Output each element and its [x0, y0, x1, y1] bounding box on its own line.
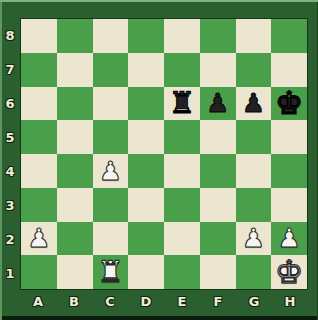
square-h6[interactable]: ♚ [271, 87, 307, 121]
square-c5[interactable] [93, 120, 129, 154]
square-h7[interactable] [271, 53, 307, 87]
square-b3[interactable] [57, 188, 93, 222]
rank-label-2: 2 [0, 222, 20, 256]
rank-label-8: 8 [0, 18, 20, 52]
square-b4[interactable] [57, 154, 93, 188]
square-b8[interactable] [57, 19, 93, 53]
chess-board-frame: 87654321 ♜♟♟♚♟♟♟♟♜♚ ABCDEFGH [0, 0, 318, 320]
rank-label-7: 7 [0, 52, 20, 86]
square-d8[interactable] [128, 19, 164, 53]
square-f5[interactable] [200, 120, 236, 154]
piece-black-pawn[interactable]: ♟ [206, 90, 229, 116]
piece-black-king[interactable]: ♚ [275, 87, 304, 119]
square-a5[interactable] [21, 120, 57, 154]
square-a1[interactable] [21, 255, 57, 289]
square-d2[interactable] [128, 222, 164, 256]
square-d6[interactable] [128, 87, 164, 121]
square-a7[interactable] [21, 53, 57, 87]
square-h2[interactable]: ♟ [271, 222, 307, 256]
square-b2[interactable] [57, 222, 93, 256]
square-d4[interactable] [128, 154, 164, 188]
file-label-g: G [236, 290, 272, 312]
square-e7[interactable] [164, 53, 200, 87]
square-a6[interactable] [21, 87, 57, 121]
square-c7[interactable] [93, 53, 129, 87]
square-h3[interactable] [271, 188, 307, 222]
square-h1[interactable]: ♚ [271, 255, 307, 289]
file-label-h: H [272, 290, 308, 312]
file-label-d: D [128, 290, 164, 312]
piece-white-pawn[interactable]: ♟ [27, 225, 50, 251]
square-f7[interactable] [200, 53, 236, 87]
square-g3[interactable] [236, 188, 272, 222]
piece-white-king[interactable]: ♚ [275, 256, 304, 288]
square-g8[interactable] [236, 19, 272, 53]
square-b1[interactable] [57, 255, 93, 289]
square-d7[interactable] [128, 53, 164, 87]
square-g6[interactable]: ♟ [236, 87, 272, 121]
square-e8[interactable] [164, 19, 200, 53]
square-e5[interactable] [164, 120, 200, 154]
piece-white-pawn[interactable]: ♟ [99, 158, 122, 184]
square-c3[interactable] [93, 188, 129, 222]
rank-labels: 87654321 [0, 18, 20, 290]
square-f2[interactable] [200, 222, 236, 256]
square-c8[interactable] [93, 19, 129, 53]
piece-white-pawn[interactable]: ♟ [242, 225, 265, 251]
square-a3[interactable] [21, 188, 57, 222]
square-g1[interactable] [236, 255, 272, 289]
rank-label-1: 1 [0, 256, 20, 290]
square-f6[interactable]: ♟ [200, 87, 236, 121]
square-c6[interactable] [93, 87, 129, 121]
square-b6[interactable] [57, 87, 93, 121]
file-label-b: B [56, 290, 92, 312]
square-h8[interactable] [271, 19, 307, 53]
square-e4[interactable] [164, 154, 200, 188]
square-d3[interactable] [128, 188, 164, 222]
square-a2[interactable]: ♟ [21, 222, 57, 256]
square-g5[interactable] [236, 120, 272, 154]
square-a4[interactable] [21, 154, 57, 188]
piece-white-pawn[interactable]: ♟ [277, 225, 300, 251]
square-c4[interactable]: ♟ [93, 154, 129, 188]
square-f3[interactable] [200, 188, 236, 222]
piece-black-rook[interactable]: ♜ [168, 88, 195, 118]
square-c1[interactable]: ♜ [93, 255, 129, 289]
chess-board: ♜♟♟♚♟♟♟♟♜♚ [20, 18, 308, 290]
rank-label-3: 3 [0, 188, 20, 222]
file-label-c: C [92, 290, 128, 312]
square-g4[interactable] [236, 154, 272, 188]
piece-black-pawn[interactable]: ♟ [242, 90, 265, 116]
square-b7[interactable] [57, 53, 93, 87]
square-g7[interactable] [236, 53, 272, 87]
rank-label-5: 5 [0, 120, 20, 154]
square-e3[interactable] [164, 188, 200, 222]
file-label-a: A [20, 290, 56, 312]
square-b5[interactable] [57, 120, 93, 154]
square-g2[interactable]: ♟ [236, 222, 272, 256]
square-a8[interactable] [21, 19, 57, 53]
square-f4[interactable] [200, 154, 236, 188]
rank-label-4: 4 [0, 154, 20, 188]
file-label-f: F [200, 290, 236, 312]
piece-white-rook[interactable]: ♜ [97, 257, 124, 287]
square-d1[interactable] [128, 255, 164, 289]
file-labels: ABCDEFGH [20, 290, 308, 312]
rank-label-6: 6 [0, 86, 20, 120]
square-e6[interactable]: ♜ [164, 87, 200, 121]
square-e2[interactable] [164, 222, 200, 256]
square-e1[interactable] [164, 255, 200, 289]
file-label-e: E [164, 290, 200, 312]
square-f1[interactable] [200, 255, 236, 289]
square-f8[interactable] [200, 19, 236, 53]
square-c2[interactable] [93, 222, 129, 256]
square-h4[interactable] [271, 154, 307, 188]
square-d5[interactable] [128, 120, 164, 154]
square-h5[interactable] [271, 120, 307, 154]
